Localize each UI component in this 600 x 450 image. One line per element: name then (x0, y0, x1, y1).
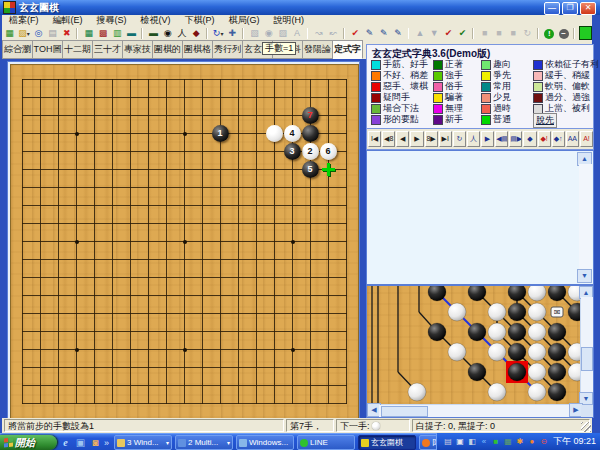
blocked-icon[interactable]: ⊖ (539, 436, 549, 447)
legend-label: 普通 (493, 113, 511, 126)
tree-node-black[interactable] (468, 286, 486, 301)
save-icon[interactable]: ▤ (46, 26, 59, 40)
go-board[interactable]: 1234567 (10, 64, 359, 419)
move-1-stone-M16: 1 (212, 125, 229, 142)
taskbar-clock: 下午 09:21 (553, 435, 596, 448)
nav-button-14[interactable]: ◆↑ (552, 131, 565, 147)
legend-color-swatch (371, 93, 381, 103)
grid-line (22, 295, 347, 296)
legend-color-swatch (533, 104, 543, 114)
volume-icon[interactable]: ◧ (467, 436, 477, 447)
alert-icon[interactable]: ✱ (515, 436, 525, 447)
main-toolbar: ▦▨▾◎▤✖▦▩▥▬▬◉人◆↻▾✚▧◉▨A↝↜✔✎✎✎▲▼✔✔■■■↻!− (2, 26, 592, 41)
nav-button-4[interactable]: ▶ (410, 131, 423, 147)
tree-node-white[interactable] (528, 383, 546, 401)
tree-node-white[interactable] (528, 323, 546, 341)
toolbar-separator (242, 28, 244, 39)
minimize-button[interactable]: — (544, 2, 560, 15)
app-icon (178, 439, 186, 447)
move-5-stone-R14: 5 (302, 161, 319, 178)
legend-color-swatch (433, 82, 443, 92)
board-half-icon[interactable]: ▥ (111, 26, 124, 40)
folder-icon (117, 439, 125, 447)
info-icon[interactable]: ◉ (262, 26, 275, 40)
stop-icon[interactable]: − (557, 26, 570, 40)
task-button-3[interactable]: Windows... (236, 435, 294, 450)
toolbar-separator (472, 28, 474, 39)
legend-item-24: 脫先 (533, 113, 557, 128)
comment-scroll-down-button[interactable]: ▼ (577, 269, 592, 283)
tray-icons: ▤▣◧«■▦✱●⊖ (441, 436, 549, 447)
legend-item-22: 新手 (433, 113, 463, 126)
printer-icon[interactable]: ▤ (443, 436, 453, 447)
legend-color-swatch (433, 104, 443, 114)
status-bar: 將當前步的手數設為1 第7手， 下一手: 白提子: 0, 黑提子: 0 (2, 418, 592, 433)
board-marks-icon[interactable]: ▩ (96, 26, 109, 40)
menu-bar: 檔案(F)編輯(E)搜尋(S)檢視(V)下棋(P)棋局(G)說明(H) (2, 15, 592, 26)
hoshi-point (75, 348, 79, 352)
tree-node-white[interactable] (488, 343, 506, 361)
search-icon[interactable]: ◎ (32, 26, 45, 40)
go-app-icon (361, 439, 369, 447)
start-icon[interactable]: ! (543, 26, 556, 40)
check-mark-icon[interactable]: ✔ (349, 26, 362, 40)
tree-node-black[interactable] (468, 323, 486, 341)
open-icon[interactable]: ▨▾ (17, 26, 31, 40)
tree-node-black[interactable] (428, 323, 446, 341)
legend-color-swatch (481, 93, 491, 103)
monitor-icon (239, 439, 247, 447)
ime-icon[interactable]: ▣ (455, 436, 465, 447)
variation-tree-view[interactable]: ✉ (367, 286, 580, 404)
maximize-button[interactable]: ❐ (562, 2, 578, 15)
move-tool-icon[interactable]: ✚ (226, 26, 239, 40)
tree-node-white[interactable] (528, 363, 546, 381)
tree-node-black[interactable] (508, 303, 526, 321)
verify-color-icon[interactable]: ✔ (456, 26, 469, 40)
nav-button-11[interactable]: ▤▶ (509, 131, 522, 147)
toolbar-separator (76, 28, 78, 39)
blank3-icon[interactable]: ■ (507, 26, 520, 40)
tree-node-white[interactable] (448, 343, 466, 361)
legend-item-21: 形的要點 (371, 113, 419, 126)
start-button-label: 開始 (15, 436, 35, 450)
legend-color-swatch (481, 82, 491, 92)
tab-5[interactable]: 專家技 (123, 40, 153, 59)
status-captures: 白提子: 0, 黑提子: 0 (412, 419, 590, 432)
tree-vscrollbar-thumb[interactable] (581, 347, 593, 371)
tree-node-white[interactable] (488, 383, 506, 401)
tab-8[interactable]: 秀行列 (213, 40, 243, 59)
grid-line (22, 277, 347, 278)
legend-color-swatch (533, 60, 543, 70)
task-button-label: 玄玄圍棋 (371, 437, 403, 448)
close-button[interactable]: ✕ (580, 2, 596, 15)
tree-scrollbar-corner (581, 405, 593, 417)
next-move-white-stone-icon (372, 422, 380, 430)
legend-label: 新手 (445, 113, 463, 126)
legend-color-swatch (481, 115, 491, 125)
nav-button-6[interactable]: ▶I (439, 131, 452, 147)
tree-node-black[interactable] (548, 323, 566, 341)
nav-button-16[interactable]: A! (580, 131, 593, 147)
task-button-label: Windows... (249, 438, 288, 447)
ie-icon[interactable]: e (59, 436, 72, 449)
pen-up-icon[interactable]: ✎ (391, 26, 404, 40)
move-6-stone-S15: 6 (320, 143, 337, 160)
nav-button-5[interactable]: 8▶ (425, 131, 438, 147)
legend-color-swatch (533, 71, 543, 81)
tree-node-black[interactable] (548, 286, 566, 301)
nav-button-1[interactable]: I◀ (368, 131, 381, 147)
app-icon (3, 1, 16, 14)
move-2-stone-R15: 2 (302, 143, 319, 160)
window-controls: — ❐ ✕ (542, 2, 596, 15)
toolbar-separator (573, 28, 575, 39)
grid-line (22, 259, 347, 260)
letter-icon[interactable]: A (290, 26, 303, 40)
nav-button-13[interactable]: ◆! (538, 131, 551, 147)
start-button[interactable]: 開始 (0, 435, 57, 450)
tab-7[interactable]: 圍棋格 (183, 40, 213, 59)
task-button-5[interactable]: 玄玄圍棋 (358, 435, 416, 450)
comment-text-area[interactable]: ▲ ▼ (366, 150, 594, 285)
tree-hscrollbar-track[interactable] (379, 405, 569, 417)
offhand-tenuki-button[interactable]: 脫先 (533, 113, 557, 128)
status-message: 將當前步的手數設為1 (4, 419, 284, 432)
tree-node-black[interactable] (508, 323, 526, 341)
comment-scrollbar-track[interactable] (579, 164, 592, 271)
go-board-panel: 1234567 (7, 61, 360, 420)
group-dropdown-icon: ▾ (227, 439, 230, 446)
panel-icon[interactable]: ▬ (147, 26, 160, 40)
hoshi-point (183, 240, 187, 244)
nav-button-12[interactable]: ◆ (523, 131, 536, 147)
copy-icon[interactable]: ▧ (248, 26, 261, 40)
erase-icon[interactable]: ▨ (276, 26, 289, 40)
line-icon (300, 439, 308, 447)
nav-button-8[interactable]: 人◀ (467, 131, 480, 147)
tree-node-white[interactable] (488, 323, 506, 341)
grid-line (22, 367, 347, 368)
hoshi-point (75, 132, 79, 136)
task-button-label: LINE (310, 438, 328, 447)
group-dropdown-icon: ▾ (166, 439, 169, 446)
legend-label: 形的要點 (383, 113, 419, 126)
tree-vscrollbar-track[interactable] (581, 297, 593, 392)
close-file-icon[interactable]: ✖ (60, 26, 73, 40)
tree-node-white[interactable] (448, 303, 466, 321)
desktop-icon[interactable]: ▣ (74, 436, 87, 449)
variation-tree-panel: ✉ ▲ ▼ ◀ ▶ (366, 285, 594, 418)
tree-node-white[interactable] (528, 286, 546, 301)
legend-color-swatch (481, 104, 491, 114)
move-4-stone-Q16: 4 (284, 125, 301, 142)
envelope-glyph: ✉ (554, 308, 561, 317)
blank4-icon[interactable]: ↻ (521, 26, 534, 40)
toolbar-separator (141, 28, 143, 39)
refresh-icon[interactable]: ↻▾ (212, 26, 225, 40)
tree-hscrollbar-thumb[interactable] (381, 406, 428, 417)
tab-2[interactable]: TOH圖 (33, 40, 63, 59)
resize-grip[interactable] (581, 422, 591, 432)
hoshi-point (291, 348, 295, 352)
tree-node-black[interactable] (508, 343, 526, 361)
quick-launch-bar: e▣◙ (57, 436, 102, 449)
task-button-label: 3 Wind... (127, 438, 159, 447)
capture-icon[interactable]: ◆ (189, 26, 202, 40)
tab-6[interactable]: 圍棋的 (153, 40, 183, 59)
move-7-stone-R17: 7 (302, 107, 319, 124)
grid-line (22, 403, 347, 404)
nav-button-9[interactable]: ▶人 (481, 131, 494, 147)
network-icon[interactable]: ▦ (503, 436, 513, 447)
grid-line (328, 79, 329, 404)
toolbar-separator (206, 28, 208, 39)
web-icon[interactable]: ● (527, 436, 537, 447)
task-button-4[interactable]: LINE (297, 435, 355, 450)
legend-color-swatch (433, 71, 443, 81)
windows-logo-icon (4, 438, 13, 448)
tree-node-black[interactable] (508, 286, 526, 301)
page-up-icon[interactable]: ▲ (413, 26, 426, 40)
tree-node-white[interactable] (528, 343, 546, 361)
hoshi-point (183, 348, 187, 352)
task-button-2[interactable]: 2 Multi...▾ (175, 435, 233, 450)
verify-icon[interactable]: ✔ (442, 26, 455, 40)
blank2-icon[interactable]: ■ (492, 26, 505, 40)
nav-button-7[interactable]: ↻ (453, 131, 466, 147)
grid-line (22, 385, 347, 386)
grid-line (22, 331, 347, 332)
grid-line (346, 79, 347, 404)
legend-color-swatch (371, 71, 381, 81)
legend-color-swatch (533, 82, 543, 92)
tree-node-black[interactable] (548, 343, 566, 361)
blank1-icon[interactable]: ■ (478, 26, 491, 40)
grid-line (202, 79, 203, 404)
legend-color-swatch (433, 60, 443, 70)
legend-color-swatch (371, 60, 381, 70)
status-next-move: 下一手: (336, 419, 410, 432)
legend-item-23: 普通 (481, 113, 511, 126)
tree-node-black[interactable] (548, 363, 566, 381)
next-move-marker-S14 (322, 163, 335, 176)
legend-color-swatch (371, 82, 381, 92)
stone-info-icon[interactable]: ◉ (161, 26, 174, 40)
screen-icon[interactable]: ▬ (125, 26, 138, 40)
legend-color-swatch (371, 104, 381, 114)
hoshi-point (291, 240, 295, 244)
tree-node-white[interactable] (488, 303, 506, 321)
green-app-icon[interactable]: ■ (491, 436, 501, 447)
legend-color-swatch (433, 93, 443, 103)
tree-node-white[interactable] (528, 303, 546, 321)
nav-button-3[interactable]: ◀ (396, 131, 409, 147)
setup-stone-black-R16 (302, 125, 319, 142)
dictionary-nav-toolbar: I◀◀8◀▶8▶▶I↻人◀▶人◀▤▤▶◆◆!◆↑AAA! (366, 128, 594, 150)
move-count-tooltip: 手數=1 (262, 42, 296, 55)
page-down-icon[interactable]: ▼ (428, 26, 441, 40)
legend-color-swatch (433, 115, 443, 125)
firefox-icon (422, 439, 430, 447)
title-bar: 玄玄圍棋 — ❐ ✕ (0, 0, 600, 15)
hoshi-point (183, 132, 187, 136)
legend-color-swatch (371, 115, 381, 125)
toolbar-separator (343, 28, 345, 39)
grid-line (256, 79, 257, 404)
back-icon[interactable]: « (479, 436, 489, 447)
toolbar-separator (408, 28, 410, 39)
tab-1[interactable]: 綜合瀏 (2, 40, 33, 59)
nav-button-15[interactable]: AA (566, 131, 579, 147)
legend-color-swatch (481, 71, 491, 81)
tree-node-black[interactable] (428, 286, 446, 301)
toolbar-separator (307, 28, 309, 39)
tree-node-black[interactable] (468, 363, 486, 381)
setup-stone-white-P16 (266, 125, 283, 142)
grid-line (238, 79, 239, 404)
mail-icon[interactable]: ◙ (89, 436, 102, 449)
task-button-1[interactable]: 3 Wind...▾ (114, 435, 172, 450)
toolbar-separator (537, 28, 539, 39)
nav-button-10[interactable]: ◀▤ (495, 131, 508, 147)
legend-color-swatch (481, 60, 491, 70)
legend-color-swatch (533, 93, 543, 103)
window-title: 玄玄圍棋 (19, 1, 59, 15)
system-tray: ▤▣◧«■▦✱●⊖ 下午 09:21 (436, 433, 600, 450)
move-3-stone-Q15: 3 (284, 143, 301, 160)
tab-3[interactable]: 十二期 (63, 40, 93, 59)
green-panel-icon[interactable] (579, 26, 592, 40)
tab-4[interactable]: 三十才 (93, 40, 123, 59)
status-move-counter: 第7手， (286, 419, 334, 432)
grid-line (22, 313, 347, 314)
pen-prev-icon[interactable]: ✎ (363, 26, 376, 40)
task-buttons: 3 Wind...▾2 Multi...▾Windows...LINE玄玄圍棋回… (111, 435, 477, 450)
tree-node-black[interactable] (548, 383, 566, 401)
undo-icon[interactable]: ↜ (327, 26, 340, 40)
tab-12[interactable]: 定式字 (333, 40, 363, 59)
link-icon[interactable]: ↝ (312, 26, 325, 40)
tree-node-black-current[interactable] (508, 363, 526, 381)
new-board-icon[interactable]: ▦ (3, 26, 16, 40)
board-view-icon[interactable]: ▦ (82, 26, 95, 40)
dictionary-legend-panel: 玄玄定式字典3.6(Demo版) 手筋、好手正著趣向依賴征子有利不好、稍差強手爭… (366, 44, 594, 130)
quick-launch-chevron-icon[interactable]: » (104, 438, 109, 448)
pen-next-icon[interactable]: ✎ (377, 26, 390, 40)
move-number-icon[interactable]: 人 (175, 26, 188, 40)
tree-node-white[interactable] (408, 383, 426, 401)
tab-11[interactable]: 發陽論 (303, 40, 333, 59)
app-window: 玄玄圍棋 — ❐ ✕ 檔案(F)編輯(E)搜尋(S)檢視(V)下棋(P)棋局(G… (0, 0, 600, 450)
nav-button-2[interactable]: ◀8 (382, 131, 395, 147)
hoshi-point (75, 240, 79, 244)
task-button-label: 2 Multi... (188, 438, 218, 447)
